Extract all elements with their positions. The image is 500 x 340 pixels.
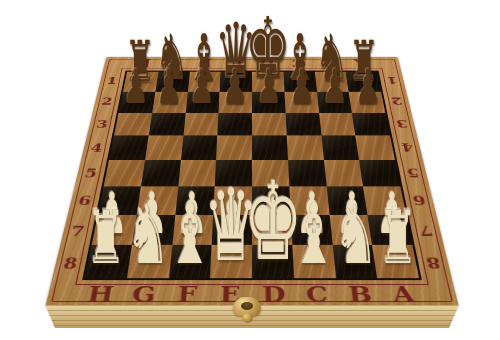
chess-board: HGFEDCBA HGFEDCBA 12345678 12345678 bbox=[45, 57, 458, 306]
file-label-h: H bbox=[77, 280, 125, 307]
square-f6[interactable] bbox=[175, 186, 215, 214]
rank-label-3: 3 bbox=[387, 112, 417, 135]
squares-grid bbox=[82, 71, 422, 281]
square-e8[interactable] bbox=[210, 245, 252, 278]
square-g3[interactable] bbox=[148, 113, 185, 136]
square-b7[interactable] bbox=[329, 214, 372, 245]
file-labels-top: HGFEDCBA bbox=[126, 57, 379, 71]
chess-set-photo: HGFEDCBA HGFEDCBA 12345678 12345678 ♜♞♝♛… bbox=[0, 0, 500, 340]
square-f4[interactable] bbox=[181, 136, 218, 160]
file-label-e: E bbox=[220, 57, 252, 71]
square-f2[interactable] bbox=[185, 92, 219, 113]
square-b6[interactable] bbox=[326, 186, 367, 214]
square-e5[interactable] bbox=[215, 160, 252, 186]
rank-label-2: 2 bbox=[383, 91, 412, 113]
square-h8[interactable] bbox=[85, 245, 132, 278]
square-h1[interactable] bbox=[123, 72, 158, 92]
square-g2[interactable] bbox=[152, 92, 188, 113]
file-label-d: D bbox=[252, 57, 284, 71]
square-d4[interactable] bbox=[252, 136, 288, 160]
rank-label-4: 4 bbox=[392, 135, 423, 160]
square-h5[interactable] bbox=[104, 160, 145, 186]
square-e1[interactable] bbox=[220, 72, 252, 92]
square-e3[interactable] bbox=[217, 113, 252, 136]
square-a2[interactable] bbox=[349, 92, 386, 113]
file-label-a: A bbox=[379, 280, 427, 307]
square-d1[interactable] bbox=[252, 72, 284, 92]
square-a6[interactable] bbox=[363, 186, 406, 214]
square-d3[interactable] bbox=[252, 113, 287, 136]
square-a1[interactable] bbox=[346, 72, 381, 92]
square-c6[interactable] bbox=[289, 186, 329, 214]
square-c7[interactable] bbox=[291, 214, 333, 245]
file-label-h: H bbox=[126, 57, 160, 71]
square-g7[interactable] bbox=[132, 214, 175, 245]
square-f8[interactable] bbox=[168, 245, 211, 278]
square-d5[interactable] bbox=[252, 160, 289, 186]
clasp-knob-icon bbox=[242, 313, 253, 323]
file-label-c: C bbox=[294, 280, 339, 307]
file-label-b: B bbox=[337, 280, 384, 307]
square-h7[interactable] bbox=[92, 214, 137, 245]
file-label-g: G bbox=[157, 57, 190, 71]
square-c5[interactable] bbox=[288, 160, 326, 186]
square-b4[interactable] bbox=[321, 136, 359, 160]
square-c1[interactable] bbox=[283, 72, 316, 92]
brass-clasp bbox=[231, 297, 263, 321]
file-label-f: F bbox=[189, 57, 221, 71]
square-e2[interactable] bbox=[219, 92, 252, 113]
square-g4[interactable] bbox=[145, 136, 183, 160]
square-c8[interactable] bbox=[292, 245, 335, 278]
file-label-b: B bbox=[314, 57, 347, 71]
square-g5[interactable] bbox=[141, 160, 181, 186]
square-h4[interactable] bbox=[109, 136, 148, 160]
square-f5[interactable] bbox=[178, 160, 216, 186]
square-c2[interactable] bbox=[284, 92, 318, 113]
square-g6[interactable] bbox=[136, 186, 177, 214]
square-h6[interactable] bbox=[98, 186, 141, 214]
square-g1[interactable] bbox=[155, 72, 189, 92]
square-f3[interactable] bbox=[183, 113, 219, 136]
square-a4[interactable] bbox=[356, 136, 395, 160]
rank-label-1: 1 bbox=[378, 71, 406, 91]
file-label-f: F bbox=[164, 280, 209, 307]
square-b1[interactable] bbox=[314, 72, 348, 92]
square-c3[interactable] bbox=[285, 113, 321, 136]
square-a8[interactable] bbox=[372, 245, 419, 278]
square-b3[interactable] bbox=[319, 113, 356, 136]
square-b2[interactable] bbox=[317, 92, 353, 113]
square-e7[interactable] bbox=[212, 214, 252, 245]
square-d2[interactable] bbox=[252, 92, 285, 113]
file-label-g: G bbox=[120, 280, 167, 307]
square-f1[interactable] bbox=[187, 72, 220, 92]
square-h2[interactable] bbox=[119, 92, 156, 113]
square-g8[interactable] bbox=[127, 245, 172, 278]
square-b5[interactable] bbox=[324, 160, 364, 186]
square-e4[interactable] bbox=[216, 136, 252, 160]
file-label-a: A bbox=[345, 57, 379, 71]
square-d6[interactable] bbox=[252, 186, 291, 214]
square-a7[interactable] bbox=[368, 214, 413, 245]
square-b8[interactable] bbox=[332, 245, 377, 278]
square-d8[interactable] bbox=[252, 245, 294, 278]
square-a3[interactable] bbox=[352, 113, 390, 136]
square-f7[interactable] bbox=[172, 214, 214, 245]
square-c4[interactable] bbox=[287, 136, 324, 160]
file-label-c: C bbox=[283, 57, 315, 71]
square-a5[interactable] bbox=[359, 160, 400, 186]
square-e6[interactable] bbox=[213, 186, 252, 214]
square-h3[interactable] bbox=[114, 113, 152, 136]
square-d7[interactable] bbox=[252, 214, 292, 245]
